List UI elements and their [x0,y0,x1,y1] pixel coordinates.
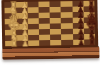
piece-wP-h2[interactable]: ♟ [21,40,28,48]
square-h4[interactable] [39,40,50,46]
piece-wR-h1[interactable]: ♜ [10,40,18,49]
square-h5[interactable] [50,40,61,46]
chess-board: ♜♟♟♜♞♟♟♞♝♟♟♝♛♟♟♛♚♟♟♚♝♟♟♝♞♟♟♞♜♟♟♜ [1,0,98,49]
chess-set-photo: ♜♟♟♜♞♟♟♞♝♟♟♝♛♟♟♛♚♟♟♚♝♟♟♝♞♟♟♞♜♟♟♜ [0,0,100,67]
square-h6[interactable] [61,40,72,46]
square-h3[interactable] [28,40,39,46]
chess-set: ♜♟♟♜♞♟♟♞♝♟♟♝♛♟♟♛♚♟♟♚♝♟♟♝♞♟♟♞♜♟♟♜ [0,0,100,67]
piece-bR-h8[interactable]: ♜ [88,38,96,47]
piece-bP-h7[interactable]: ♟ [78,39,85,47]
